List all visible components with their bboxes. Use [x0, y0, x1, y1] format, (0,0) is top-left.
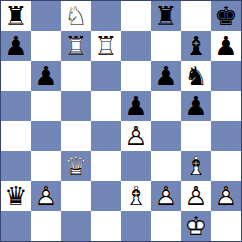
square-a6[interactable]: [1, 61, 31, 91]
square-b1[interactable]: [31, 211, 61, 241]
square-d6[interactable]: [91, 61, 121, 91]
white-pawn-outline: ♙: [31, 181, 61, 211]
square-h1[interactable]: [211, 211, 241, 241]
square-a5[interactable]: [1, 91, 31, 121]
square-g2[interactable]: ♟♙: [181, 181, 211, 211]
white-rook-outline: ♖: [61, 31, 91, 61]
white-pawn[interactable]: ♟♙: [31, 181, 61, 211]
square-b2[interactable]: ♟♙: [31, 181, 61, 211]
square-b6[interactable]: ♟: [31, 61, 61, 91]
square-d1[interactable]: [91, 211, 121, 241]
square-f2[interactable]: ♟♙: [151, 181, 181, 211]
black-pawn[interactable]: ♟: [31, 61, 61, 91]
square-g4[interactable]: [181, 121, 211, 151]
square-c1[interactable]: [61, 211, 91, 241]
black-knight-glyph: ♞: [181, 61, 211, 91]
square-h6[interactable]: [211, 61, 241, 91]
square-e6[interactable]: [121, 61, 151, 91]
square-h8[interactable]: ♚: [211, 1, 241, 31]
black-pawn-glyph: ♟: [151, 61, 181, 91]
black-rook-glyph: ♜: [151, 1, 181, 31]
square-d4[interactable]: [91, 121, 121, 151]
black-rook-glyph: ♜: [1, 1, 31, 31]
square-b8[interactable]: [31, 1, 61, 31]
square-c3[interactable]: ♛♕: [61, 151, 91, 181]
white-queen-outline: ♕: [61, 151, 91, 181]
white-pawn-outline: ♙: [181, 181, 211, 211]
white-rook-outline: ♖: [91, 31, 121, 61]
black-pawn-glyph: ♟: [1, 31, 31, 61]
square-h2[interactable]: ♟♙: [211, 181, 241, 211]
black-queen[interactable]: ♛: [1, 181, 31, 211]
square-h5[interactable]: [211, 91, 241, 121]
square-h7[interactable]: ♟: [211, 31, 241, 61]
square-a4[interactable]: [1, 121, 31, 151]
square-b5[interactable]: [31, 91, 61, 121]
square-a2[interactable]: ♛: [1, 181, 31, 211]
square-e4[interactable]: ♟♙: [121, 121, 151, 151]
white-rook[interactable]: ♜♖: [61, 31, 91, 61]
square-b7[interactable]: [31, 31, 61, 61]
square-c5[interactable]: [61, 91, 91, 121]
square-c4[interactable]: [61, 121, 91, 151]
square-f7[interactable]: [151, 31, 181, 61]
white-pawn[interactable]: ♟♙: [181, 181, 211, 211]
square-c6[interactable]: [61, 61, 91, 91]
square-e1[interactable]: [121, 211, 151, 241]
black-knight[interactable]: ♞: [181, 61, 211, 91]
square-g3[interactable]: ♝♗: [181, 151, 211, 181]
square-f6[interactable]: ♟: [151, 61, 181, 91]
white-rook[interactable]: ♜♖: [91, 31, 121, 61]
black-king-glyph: ♚: [211, 1, 241, 31]
square-g8[interactable]: [181, 1, 211, 31]
white-pawn-outline: ♙: [151, 181, 181, 211]
chess-board: ♜♞♘♜♚♟♜♖♜♖♝♟♟♟♞♟♟♟♙♛♕♝♗♛♟♙♝♗♟♙♟♙♟♙♚♔: [0, 0, 242, 242]
square-f5[interactable]: [151, 91, 181, 121]
square-g7[interactable]: ♝: [181, 31, 211, 61]
white-pawn-outline: ♙: [121, 121, 151, 151]
white-king[interactable]: ♚♔: [181, 211, 211, 241]
white-pawn[interactable]: ♟♙: [151, 181, 181, 211]
square-d5[interactable]: [91, 91, 121, 121]
white-pawn-outline: ♙: [211, 181, 241, 211]
white-bishop[interactable]: ♝♗: [181, 151, 211, 181]
black-pawn[interactable]: ♟: [181, 91, 211, 121]
square-d7[interactable]: ♜♖: [91, 31, 121, 61]
square-f1[interactable]: [151, 211, 181, 241]
square-a3[interactable]: [1, 151, 31, 181]
square-f3[interactable]: [151, 151, 181, 181]
white-pawn[interactable]: ♟♙: [121, 121, 151, 151]
square-e8[interactable]: [121, 1, 151, 31]
square-f8[interactable]: ♜: [151, 1, 181, 31]
black-pawn-glyph: ♟: [31, 61, 61, 91]
white-knight-outline: ♘: [61, 1, 91, 31]
square-e7[interactable]: [121, 31, 151, 61]
black-bishop[interactable]: ♝: [181, 31, 211, 61]
square-c7[interactable]: ♜♖: [61, 31, 91, 61]
black-bishop-glyph: ♝: [181, 31, 211, 61]
black-pawn-glyph: ♟: [181, 91, 211, 121]
square-b4[interactable]: [31, 121, 61, 151]
black-pawn[interactable]: ♟: [211, 31, 241, 61]
square-h4[interactable]: [211, 121, 241, 151]
square-a1[interactable]: [1, 211, 31, 241]
white-pawn[interactable]: ♟♙: [211, 181, 241, 211]
square-d3[interactable]: [91, 151, 121, 181]
white-bishop-outline: ♗: [181, 151, 211, 181]
black-rook[interactable]: ♜: [151, 1, 181, 31]
square-a8[interactable]: ♜: [1, 1, 31, 31]
square-g6[interactable]: ♞: [181, 61, 211, 91]
white-king-outline: ♔: [181, 211, 211, 241]
black-pawn-glyph: ♟: [211, 31, 241, 61]
black-pawn[interactable]: ♟: [121, 91, 151, 121]
square-g5[interactable]: ♟: [181, 91, 211, 121]
square-e5[interactable]: ♟: [121, 91, 151, 121]
square-f4[interactable]: [151, 121, 181, 151]
square-d8[interactable]: [91, 1, 121, 31]
black-pawn-glyph: ♟: [121, 91, 151, 121]
black-pawn[interactable]: ♟: [151, 61, 181, 91]
square-e3[interactable]: [121, 151, 151, 181]
square-h3[interactable]: [211, 151, 241, 181]
square-d2[interactable]: [91, 181, 121, 211]
white-bishop[interactable]: ♝♗: [121, 181, 151, 211]
square-e2[interactable]: ♝♗: [121, 181, 151, 211]
square-b3[interactable]: [31, 151, 61, 181]
square-a7[interactable]: ♟: [1, 31, 31, 61]
white-queen[interactable]: ♛♕: [61, 151, 91, 181]
white-bishop-outline: ♗: [121, 181, 151, 211]
square-c8[interactable]: ♞♘: [61, 1, 91, 31]
square-g1[interactable]: ♚♔: [181, 211, 211, 241]
square-c2[interactable]: [61, 181, 91, 211]
white-knight[interactable]: ♞♘: [61, 1, 91, 31]
black-pawn[interactable]: ♟: [1, 31, 31, 61]
black-king[interactable]: ♚: [211, 1, 241, 31]
black-rook[interactable]: ♜: [1, 1, 31, 31]
black-queen-glyph: ♛: [1, 181, 31, 211]
